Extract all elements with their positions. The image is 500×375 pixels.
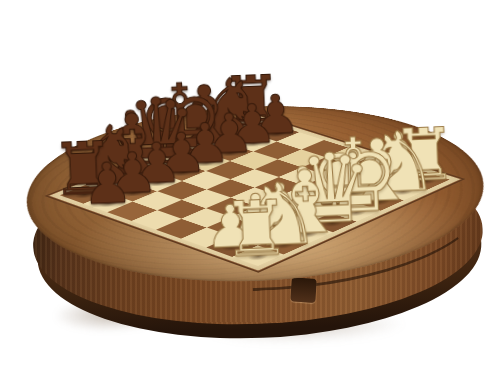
scene-stage: ♜♞♝♛♚♝♞♜♟♟♟♟♟♟♟♟♟♟♟♟♟♟♟♟♜♞♝♛♚♝♞♜ <box>0 0 500 375</box>
board-grid: ♜♞♝♛♚♝♞♜♟♟♟♟♟♟♟♟♟♟♟♟♟♟♟♟♜♞♝♛♚♝♞♜ <box>60 117 450 266</box>
round-case-top: ♜♞♝♛♚♝♞♜♟♟♟♟♟♟♟♟♟♟♟♟♟♟♟♟♜♞♝♛♚♝♞♜ <box>0 76 500 323</box>
photo-frame: ♜♞♝♛♚♝♞♜♟♟♟♟♟♟♟♟♟♟♟♟♟♟♟♟♜♞♝♛♚♝♞♜ <box>0 0 500 375</box>
board-border: ♜♞♝♛♚♝♞♜♟♟♟♟♟♟♟♟♟♟♟♟♟♟♟♟♜♞♝♛♚♝♞♜ <box>47 113 462 272</box>
scene-3d: ♜♞♝♛♚♝♞♜♟♟♟♟♟♟♟♟♟♟♟♟♟♟♟♟♜♞♝♛♚♝♞♜ <box>0 0 500 375</box>
